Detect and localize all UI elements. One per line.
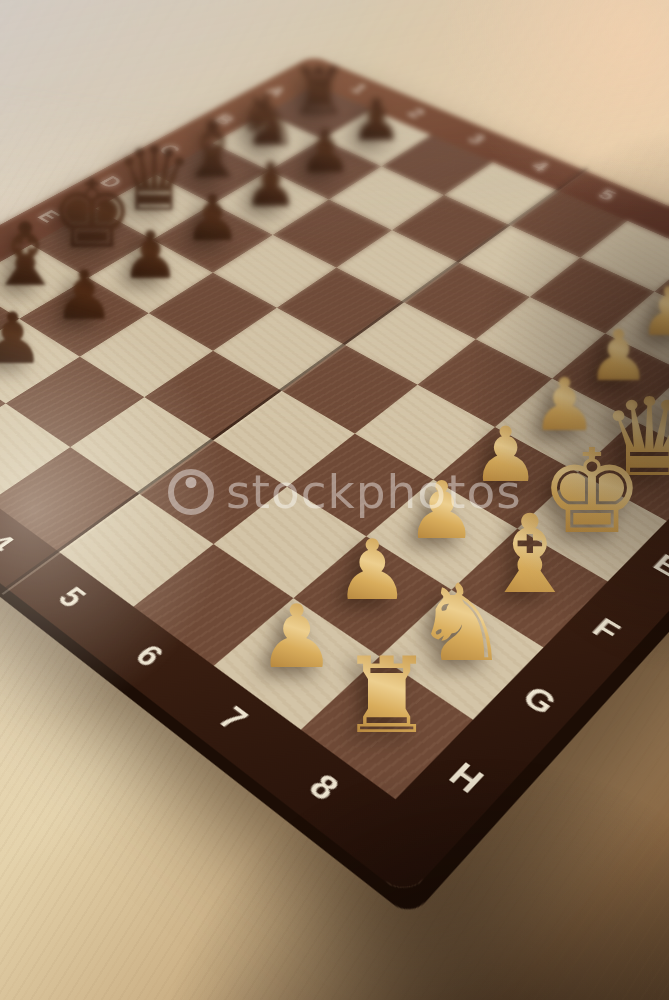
watermark-logo-icon — [168, 469, 214, 515]
watermark-text: stockphotos — [226, 464, 522, 519]
piece-black-pawn: ♟ — [184, 188, 241, 251]
piece-black-pawn: ♟ — [299, 122, 352, 181]
piece-white-pawn: ♟ — [335, 530, 410, 613]
piece-white-rook: ♜ — [340, 644, 434, 749]
watermark-logo-dot-icon — [186, 477, 197, 488]
photo-scene: 1122334455667788HHGGFFEEDDCCBBAA ♜♞♝♛♚♝♞… — [0, 0, 669, 1000]
piece-black-pawn: ♟ — [0, 304, 44, 375]
piece-black-pawn: ♟ — [53, 263, 114, 331]
watermark: stockphotos — [168, 464, 522, 519]
piece-black-pawn: ♟ — [351, 92, 402, 149]
piece-black-pawn: ♟ — [121, 224, 180, 290]
piece-black-pawn: ♟ — [243, 154, 298, 215]
piece-white-pawn: ♟ — [258, 594, 336, 681]
